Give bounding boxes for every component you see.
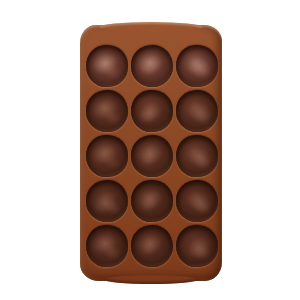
pit-grid: [80, 25, 222, 281]
mold-pit-r3c1: [86, 135, 128, 177]
mold-pit-r1c2: [131, 45, 173, 87]
mold-pit-r2c3: [176, 90, 218, 132]
product-photo: [0, 0, 300, 300]
mold-pit-r4c1: [86, 180, 128, 222]
mold-tray: [80, 25, 222, 281]
mold-pit-r1c3: [176, 45, 218, 87]
mold-pit-r5c3: [176, 225, 218, 267]
mold-pit-r5c2: [131, 225, 173, 267]
mold-pit-r2c1: [86, 90, 128, 132]
mold-pit-r4c3: [176, 180, 218, 222]
mold-pit-r4c2: [131, 180, 173, 222]
mold-pit-r3c2: [131, 135, 173, 177]
mold-pit-r2c2: [131, 90, 173, 132]
mold-pit-r5c1: [86, 225, 128, 267]
mold-pit-r3c3: [176, 135, 218, 177]
mold-pit-r1c1: [86, 45, 128, 87]
